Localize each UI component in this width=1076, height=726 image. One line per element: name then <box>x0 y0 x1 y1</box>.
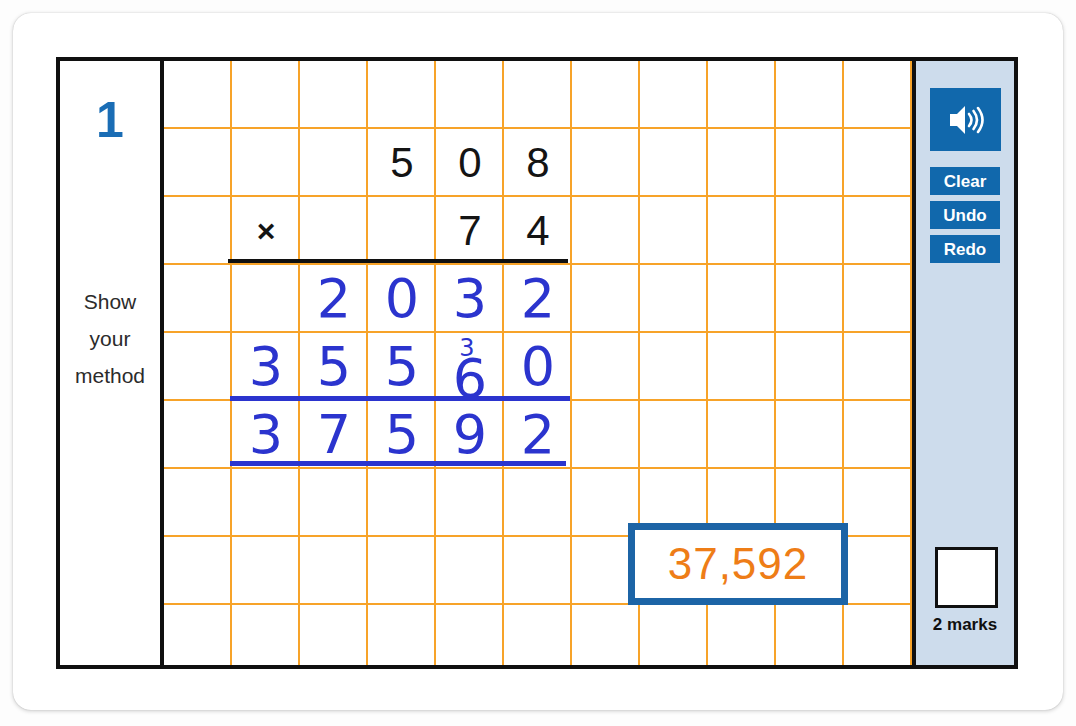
carry-digit: 3 <box>433 333 501 401</box>
working-grid[interactable]: 37,592 508×74203235560375923 <box>164 61 912 665</box>
question-left-column: 1 Show your method <box>60 61 164 665</box>
handwritten-digit: 0 <box>504 333 572 401</box>
printed-digit: 7 <box>436 197 504 265</box>
printed-digit: × <box>232 197 300 265</box>
handwritten-digit: 0 <box>368 265 436 333</box>
printed-digit: 4 <box>504 197 572 265</box>
page: 1 Show your method 37,592 508×7420323556… <box>0 0 1076 726</box>
instruction-line-1: Show <box>60 283 160 320</box>
instruction-line-2: your <box>60 320 160 357</box>
answer-rule-black <box>228 259 568 263</box>
answer-value: 37,592 <box>668 539 809 589</box>
toolbar-sidebar: Clear Undo Redo 2 marks <box>912 61 1014 665</box>
pen-underline-2 <box>230 461 566 466</box>
handwritten-digit: 5 <box>300 333 368 401</box>
pen-underline-1 <box>230 396 570 401</box>
printed-digit: 0 <box>436 129 504 197</box>
clear-button[interactable]: Clear <box>930 167 1000 195</box>
handwritten-digit: 5 <box>368 401 436 469</box>
instruction-line-3: method <box>60 357 160 394</box>
handwritten-digit: 5 <box>368 333 436 401</box>
handwritten-digit: 7 <box>300 401 368 469</box>
redo-button[interactable]: Redo <box>930 235 1000 263</box>
handwritten-digit: 9 <box>436 401 504 469</box>
handwritten-digit: 2 <box>504 401 572 469</box>
printed-digit: 8 <box>504 129 572 197</box>
handwritten-digit: 3 <box>232 333 300 401</box>
audio-button[interactable] <box>930 88 1001 151</box>
marks-box <box>935 547 998 608</box>
undo-button[interactable]: Undo <box>930 201 1000 229</box>
speaker-icon <box>947 103 985 137</box>
question-number: 1 <box>60 95 160 145</box>
handwritten-digit: 3 <box>436 265 504 333</box>
handwritten-digit: 2 <box>300 265 368 333</box>
handwritten-digit: 3 <box>232 401 300 469</box>
answer-box[interactable]: 37,592 <box>628 523 848 605</box>
question-box: 1 Show your method 37,592 508×7420323556… <box>56 57 1018 669</box>
printed-digit: 5 <box>368 129 436 197</box>
handwritten-digit: 2 <box>504 265 572 333</box>
instruction-text: Show your method <box>60 283 160 394</box>
marks-label: 2 marks <box>916 615 1014 635</box>
question-card: 1 Show your method 37,592 508×7420323556… <box>13 13 1063 710</box>
